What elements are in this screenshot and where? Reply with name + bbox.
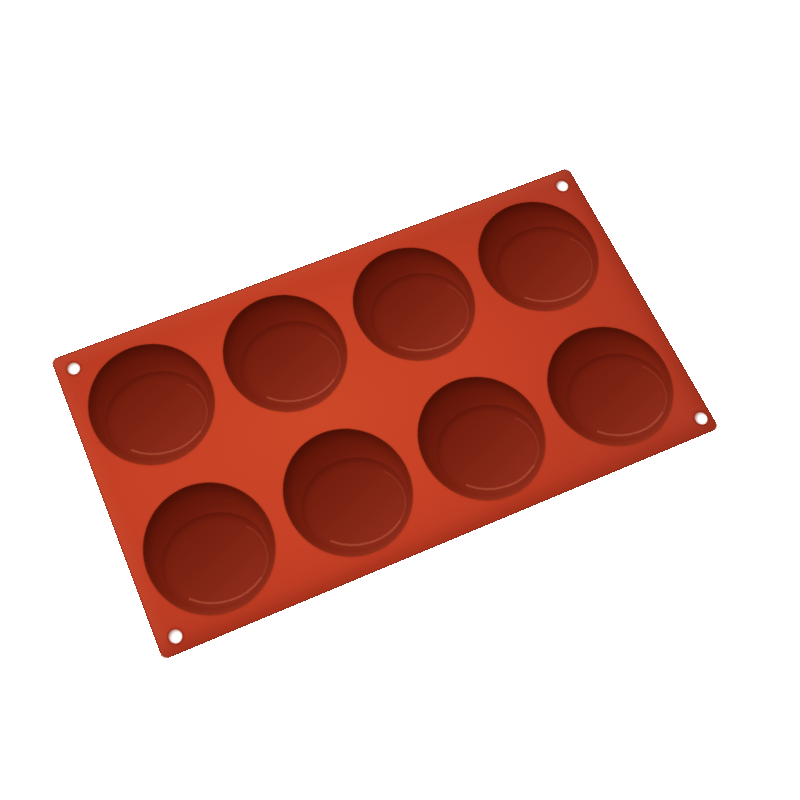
mold-cavity: [204, 278, 367, 430]
mold-cavity: [458, 186, 621, 328]
cavity-highlight: [365, 271, 479, 362]
mold-cavity: [396, 359, 568, 520]
corner-hanging-hole: [166, 627, 184, 646]
corner-hanging-hole: [65, 361, 81, 377]
mold-cavity: [333, 231, 496, 378]
mold-cavity: [124, 463, 296, 636]
cavity-highlight: [490, 224, 604, 312]
mold-cavity: [525, 310, 696, 465]
silicone-mold: [51, 168, 719, 660]
corner-hanging-hole: [692, 410, 710, 426]
mold-cavity: [71, 327, 234, 485]
corner-hanging-hole: [554, 179, 570, 193]
cavity-highlight: [102, 369, 217, 467]
cavity-highlight: [431, 402, 552, 502]
cavity-highlight: [236, 319, 351, 413]
mold-cavity: [263, 410, 435, 577]
product-photo: [0, 0, 800, 800]
cavity-highlight: [297, 455, 418, 558]
cavity-highlight: [560, 351, 680, 447]
cavity-highlight: [157, 510, 278, 617]
